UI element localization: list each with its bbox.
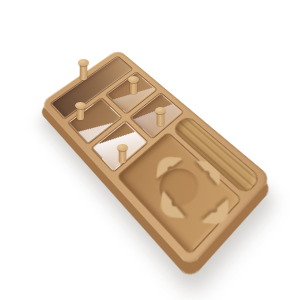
product-photo-canvas <box>0 0 300 300</box>
wooden-peg-cell-row1-left[interactable] <box>77 105 84 120</box>
elbow-piece-west[interactable] <box>159 190 188 219</box>
elbow-piece-north[interactable] <box>156 156 184 182</box>
wooden-peg-cell-row2-right[interactable] <box>157 110 164 126</box>
elbow-piece-south[interactable] <box>200 196 228 226</box>
wooden-peg-cell-row2-left[interactable] <box>119 147 126 163</box>
wooden-tray <box>40 49 272 268</box>
wooden-peg-cell-row1-right[interactable] <box>130 79 137 94</box>
wooden-peg-rim[interactable] <box>80 62 87 80</box>
